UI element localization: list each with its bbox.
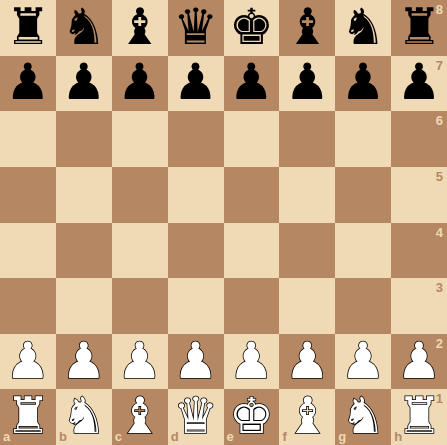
piece-black-knight[interactable]: ♞ — [61, 2, 106, 52]
square-c7[interactable]: ♟ — [112, 56, 168, 112]
square-g5[interactable] — [335, 167, 391, 223]
square-g2[interactable]: ♟ — [335, 334, 391, 390]
square-h4[interactable]: 4 — [391, 223, 447, 279]
square-d5[interactable] — [168, 167, 224, 223]
piece-black-bishop[interactable]: ♝ — [285, 2, 330, 52]
square-d1[interactable]: ♛d — [168, 389, 224, 445]
coordinate-rank-label-4: 4 — [436, 226, 443, 239]
piece-black-pawn[interactable]: ♟ — [6, 57, 51, 107]
piece-black-queen[interactable]: ♛ — [173, 2, 218, 52]
piece-black-pawn[interactable]: ♟ — [341, 57, 386, 107]
square-g6[interactable] — [335, 111, 391, 167]
square-e5[interactable] — [224, 167, 280, 223]
square-a6[interactable] — [0, 111, 56, 167]
piece-white-pawn[interactable]: ♟ — [341, 336, 386, 386]
square-b7[interactable]: ♟ — [56, 56, 112, 112]
coordinate-rank-label-6: 6 — [436, 114, 443, 127]
square-b3[interactable] — [56, 278, 112, 334]
square-d7[interactable]: ♟ — [168, 56, 224, 112]
square-f3[interactable] — [279, 278, 335, 334]
piece-white-pawn[interactable]: ♟ — [229, 336, 274, 386]
piece-black-knight[interactable]: ♞ — [341, 2, 386, 52]
square-f4[interactable] — [279, 223, 335, 279]
square-e7[interactable]: ♟ — [224, 56, 280, 112]
square-d8[interactable]: ♛ — [168, 0, 224, 56]
square-h1[interactable]: ♜1h — [391, 389, 447, 445]
piece-black-pawn[interactable]: ♟ — [229, 57, 274, 107]
square-g4[interactable] — [335, 223, 391, 279]
piece-black-rook[interactable]: ♜ — [6, 2, 51, 52]
square-d4[interactable] — [168, 223, 224, 279]
square-c1[interactable]: ♝c — [112, 389, 168, 445]
square-f1[interactable]: ♝f — [279, 389, 335, 445]
square-f2[interactable]: ♟ — [279, 334, 335, 390]
square-b1[interactable]: ♞b — [56, 389, 112, 445]
square-c2[interactable]: ♟ — [112, 334, 168, 390]
piece-black-pawn[interactable]: ♟ — [61, 57, 106, 107]
piece-white-pawn[interactable]: ♟ — [173, 336, 218, 386]
square-e2[interactable]: ♟ — [224, 334, 280, 390]
square-h7[interactable]: ♟7 — [391, 56, 447, 112]
square-g1[interactable]: ♞g — [335, 389, 391, 445]
piece-white-rook[interactable]: ♜ — [6, 391, 51, 441]
piece-white-knight[interactable]: ♞ — [61, 391, 106, 441]
square-d3[interactable] — [168, 278, 224, 334]
piece-white-bishop[interactable]: ♝ — [117, 391, 162, 441]
square-e6[interactable] — [224, 111, 280, 167]
piece-black-king[interactable]: ♚ — [229, 2, 274, 52]
square-g3[interactable] — [335, 278, 391, 334]
square-a8[interactable]: ♜ — [0, 0, 56, 56]
square-a4[interactable] — [0, 223, 56, 279]
square-b4[interactable] — [56, 223, 112, 279]
square-a5[interactable] — [0, 167, 56, 223]
square-a1[interactable]: ♜a — [0, 389, 56, 445]
square-f7[interactable]: ♟ — [279, 56, 335, 112]
square-f5[interactable] — [279, 167, 335, 223]
square-e3[interactable] — [224, 278, 280, 334]
piece-white-king[interactable]: ♚ — [229, 391, 274, 441]
square-b2[interactable]: ♟ — [56, 334, 112, 390]
coordinate-rank-label-3: 3 — [436, 281, 443, 294]
square-e4[interactable] — [224, 223, 280, 279]
square-b5[interactable] — [56, 167, 112, 223]
square-g8[interactable]: ♞ — [335, 0, 391, 56]
square-b8[interactable]: ♞ — [56, 0, 112, 56]
square-f8[interactable]: ♝ — [279, 0, 335, 56]
square-e1[interactable]: ♚e — [224, 389, 280, 445]
piece-black-pawn[interactable]: ♟ — [397, 57, 442, 107]
square-c3[interactable] — [112, 278, 168, 334]
piece-black-rook[interactable]: ♜ — [397, 2, 442, 52]
piece-white-knight[interactable]: ♞ — [341, 391, 386, 441]
square-b6[interactable] — [56, 111, 112, 167]
piece-white-pawn[interactable]: ♟ — [61, 336, 106, 386]
piece-black-pawn[interactable]: ♟ — [117, 57, 162, 107]
square-g7[interactable]: ♟ — [335, 56, 391, 112]
square-a2[interactable]: ♟ — [0, 334, 56, 390]
coordinate-rank-label-5: 5 — [436, 170, 443, 183]
piece-white-pawn[interactable]: ♟ — [6, 336, 51, 386]
square-h5[interactable]: 5 — [391, 167, 447, 223]
square-h3[interactable]: 3 — [391, 278, 447, 334]
square-h2[interactable]: ♟2 — [391, 334, 447, 390]
square-c5[interactable] — [112, 167, 168, 223]
square-d6[interactable] — [168, 111, 224, 167]
square-c8[interactable]: ♝ — [112, 0, 168, 56]
square-a7[interactable]: ♟ — [0, 56, 56, 112]
piece-black-pawn[interactable]: ♟ — [285, 57, 330, 107]
square-a3[interactable] — [0, 278, 56, 334]
square-e8[interactable]: ♚ — [224, 0, 280, 56]
square-c4[interactable] — [112, 223, 168, 279]
piece-white-bishop[interactable]: ♝ — [285, 391, 330, 441]
square-h6[interactable]: 6 — [391, 111, 447, 167]
square-f6[interactable] — [279, 111, 335, 167]
piece-white-pawn[interactable]: ♟ — [397, 336, 442, 386]
piece-white-pawn[interactable]: ♟ — [285, 336, 330, 386]
piece-white-queen[interactable]: ♛ — [173, 391, 218, 441]
piece-white-pawn[interactable]: ♟ — [117, 336, 162, 386]
square-c6[interactable] — [112, 111, 168, 167]
square-h8[interactable]: ♜8 — [391, 0, 447, 56]
square-d2[interactable]: ♟ — [168, 334, 224, 390]
piece-white-rook[interactable]: ♜ — [397, 391, 442, 441]
piece-black-bishop[interactable]: ♝ — [117, 2, 162, 52]
chess-board: ♜♞♝♛♚♝♞♜8♟♟♟♟♟♟♟♟76543♟♟♟♟♟♟♟♟2♜a♞b♝c♛d♚… — [0, 0, 447, 445]
piece-black-pawn[interactable]: ♟ — [173, 57, 218, 107]
